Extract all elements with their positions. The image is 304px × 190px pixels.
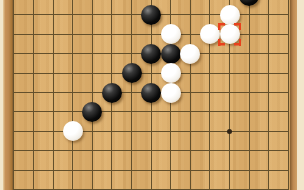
board-intersection[interactable] bbox=[122, 180, 142, 190]
board-intersection[interactable] bbox=[200, 63, 220, 82]
board-intersection[interactable] bbox=[259, 63, 279, 82]
board-intersection[interactable] bbox=[4, 160, 24, 179]
board-intersection[interactable] bbox=[122, 44, 142, 63]
board-intersection[interactable] bbox=[279, 160, 299, 179]
board-intersection[interactable] bbox=[220, 25, 240, 44]
board-intersection[interactable] bbox=[259, 141, 279, 160]
board-intersection[interactable] bbox=[200, 5, 220, 24]
board-intersection[interactable] bbox=[43, 83, 63, 102]
board-intersection[interactable] bbox=[181, 63, 201, 82]
board-intersection[interactable] bbox=[63, 180, 83, 190]
board-intersection[interactable] bbox=[24, 25, 44, 44]
board-intersection[interactable] bbox=[122, 141, 142, 160]
board-intersection[interactable] bbox=[181, 44, 201, 63]
black-stone bbox=[141, 44, 161, 64]
board-intersection[interactable] bbox=[239, 102, 259, 121]
board-intersection[interactable] bbox=[239, 141, 259, 160]
board-intersection[interactable] bbox=[83, 63, 103, 82]
board-intersection[interactable] bbox=[239, 180, 259, 190]
star-point bbox=[227, 129, 232, 134]
board-intersection[interactable] bbox=[83, 44, 103, 63]
board-grid bbox=[4, 0, 298, 190]
board-intersection[interactable] bbox=[83, 160, 103, 179]
board-intersection[interactable] bbox=[181, 141, 201, 160]
board-intersection[interactable] bbox=[200, 180, 220, 190]
board-intersection[interactable] bbox=[141, 160, 161, 179]
board-intersection[interactable] bbox=[102, 44, 122, 63]
black-stone bbox=[82, 102, 102, 122]
board-intersection[interactable] bbox=[43, 44, 63, 63]
board-intersection[interactable] bbox=[161, 160, 181, 179]
board-intersection[interactable] bbox=[63, 83, 83, 102]
board-intersection[interactable] bbox=[63, 44, 83, 63]
black-stone bbox=[141, 83, 161, 103]
board-intersection[interactable] bbox=[279, 5, 299, 24]
board-intersection[interactable] bbox=[24, 160, 44, 179]
board-intersection[interactable] bbox=[4, 44, 24, 63]
board-intersection[interactable] bbox=[141, 83, 161, 102]
board-intersection[interactable] bbox=[239, 63, 259, 82]
board-intersection[interactable] bbox=[220, 160, 240, 179]
board-intersection[interactable] bbox=[239, 5, 259, 24]
board-intersection[interactable] bbox=[102, 180, 122, 190]
board-intersection[interactable] bbox=[102, 5, 122, 24]
black-stone bbox=[161, 44, 181, 64]
board-intersection[interactable] bbox=[161, 25, 181, 44]
black-stone bbox=[102, 83, 122, 103]
board-intersection[interactable] bbox=[141, 5, 161, 24]
board-intersection[interactable] bbox=[279, 180, 299, 190]
board-intersection[interactable] bbox=[122, 122, 142, 141]
board-intersection[interactable] bbox=[102, 83, 122, 102]
board-intersection[interactable] bbox=[24, 122, 44, 141]
board-intersection[interactable] bbox=[200, 102, 220, 121]
board-intersection[interactable] bbox=[181, 25, 201, 44]
board-intersection[interactable] bbox=[220, 5, 240, 24]
board-intersection[interactable] bbox=[4, 180, 24, 190]
board-intersection[interactable] bbox=[220, 102, 240, 121]
board-intersection[interactable] bbox=[200, 25, 220, 44]
black-stone bbox=[122, 63, 142, 83]
white-stone bbox=[161, 83, 181, 103]
board-intersection[interactable] bbox=[102, 122, 122, 141]
board-intersection[interactable] bbox=[122, 25, 142, 44]
board-intersection[interactable] bbox=[63, 122, 83, 141]
board-intersection[interactable] bbox=[4, 122, 24, 141]
board-intersection[interactable] bbox=[161, 44, 181, 63]
board-intersection[interactable] bbox=[24, 141, 44, 160]
board-intersection[interactable] bbox=[24, 63, 44, 82]
board-intersection[interactable] bbox=[161, 83, 181, 102]
board-intersection[interactable] bbox=[63, 102, 83, 121]
white-stone bbox=[180, 44, 200, 64]
board-intersection[interactable] bbox=[43, 122, 63, 141]
board-intersection[interactable] bbox=[220, 83, 240, 102]
board-intersection[interactable] bbox=[161, 122, 181, 141]
board-intersection[interactable] bbox=[200, 141, 220, 160]
board-intersection[interactable] bbox=[43, 25, 63, 44]
board-intersection[interactable] bbox=[279, 141, 299, 160]
board-intersection[interactable] bbox=[181, 160, 201, 179]
board-intersection[interactable] bbox=[43, 180, 63, 190]
white-stone bbox=[63, 121, 83, 141]
board-intersection[interactable] bbox=[141, 102, 161, 121]
board-intersection[interactable] bbox=[4, 102, 24, 121]
board-intersection[interactable] bbox=[239, 44, 259, 63]
board-intersection[interactable] bbox=[122, 83, 142, 102]
board-intersection[interactable] bbox=[83, 180, 103, 190]
board-intersection[interactable] bbox=[63, 160, 83, 179]
board-intersection[interactable] bbox=[43, 141, 63, 160]
board-intersection[interactable] bbox=[24, 44, 44, 63]
board-intersection[interactable] bbox=[43, 160, 63, 179]
board-intersection[interactable] bbox=[259, 25, 279, 44]
board-intersection[interactable] bbox=[43, 102, 63, 121]
board-intersection[interactable] bbox=[24, 83, 44, 102]
board-intersection[interactable] bbox=[220, 141, 240, 160]
board-intersection[interactable] bbox=[181, 180, 201, 190]
board-intersection[interactable] bbox=[181, 122, 201, 141]
board-intersection[interactable] bbox=[220, 44, 240, 63]
board-intersection[interactable] bbox=[279, 83, 299, 102]
board-intersection[interactable] bbox=[279, 25, 299, 44]
board-intersection[interactable] bbox=[24, 102, 44, 121]
board-intersection[interactable] bbox=[122, 5, 142, 24]
board-intersection[interactable] bbox=[24, 180, 44, 190]
board-intersection[interactable] bbox=[181, 5, 201, 24]
board-intersection[interactable] bbox=[4, 83, 24, 102]
board-intersection[interactable] bbox=[83, 25, 103, 44]
board-intersection[interactable] bbox=[102, 63, 122, 82]
board-intersection[interactable] bbox=[259, 122, 279, 141]
board-intersection[interactable] bbox=[200, 44, 220, 63]
board-intersection[interactable] bbox=[161, 102, 181, 121]
board-intersection[interactable] bbox=[122, 160, 142, 179]
board-intersection[interactable] bbox=[161, 180, 181, 190]
board-intersection[interactable] bbox=[141, 141, 161, 160]
board-intersection[interactable] bbox=[161, 5, 181, 24]
board-intersection[interactable] bbox=[141, 180, 161, 190]
board-intersection[interactable] bbox=[259, 44, 279, 63]
board-intersection[interactable] bbox=[279, 102, 299, 121]
board-intersection[interactable] bbox=[83, 122, 103, 141]
board-intersection[interactable] bbox=[181, 102, 201, 121]
board-intersection[interactable] bbox=[4, 25, 24, 44]
board-intersection[interactable] bbox=[4, 5, 24, 24]
gomoku-board bbox=[0, 0, 304, 190]
board-intersection[interactable] bbox=[279, 122, 299, 141]
white-stone bbox=[161, 24, 181, 44]
board-intersection[interactable] bbox=[200, 122, 220, 141]
board-intersection[interactable] bbox=[141, 44, 161, 63]
board-intersection[interactable] bbox=[43, 63, 63, 82]
last-move-marker bbox=[218, 23, 241, 46]
board-intersection[interactable] bbox=[63, 63, 83, 82]
board-intersection[interactable] bbox=[259, 180, 279, 190]
board-intersection[interactable] bbox=[141, 25, 161, 44]
board-intersection[interactable] bbox=[83, 5, 103, 24]
white-stone bbox=[200, 24, 220, 44]
board-intersection[interactable] bbox=[102, 160, 122, 179]
board-intersection[interactable] bbox=[122, 102, 142, 121]
board-intersection[interactable] bbox=[83, 102, 103, 121]
black-stone bbox=[141, 5, 161, 25]
board-intersection[interactable] bbox=[200, 160, 220, 179]
board-intersection[interactable] bbox=[141, 122, 161, 141]
board-intersection[interactable] bbox=[43, 5, 63, 24]
board-intersection[interactable] bbox=[239, 122, 259, 141]
board-intersection[interactable] bbox=[24, 5, 44, 24]
board-intersection[interactable] bbox=[102, 25, 122, 44]
board-intersection[interactable] bbox=[259, 5, 279, 24]
board-intersection[interactable] bbox=[83, 83, 103, 102]
board-intersection[interactable] bbox=[122, 63, 142, 82]
board-intersection[interactable] bbox=[200, 83, 220, 102]
board-intersection[interactable] bbox=[4, 63, 24, 82]
board-intersection[interactable] bbox=[161, 141, 181, 160]
board-intersection[interactable] bbox=[220, 122, 240, 141]
board-intersection[interactable] bbox=[239, 25, 259, 44]
board-intersection[interactable] bbox=[63, 141, 83, 160]
board-intersection[interactable] bbox=[259, 102, 279, 121]
board-intersection[interactable] bbox=[102, 141, 122, 160]
board-intersection[interactable] bbox=[259, 160, 279, 179]
board-intersection[interactable] bbox=[161, 63, 181, 82]
board-intersection[interactable] bbox=[83, 141, 103, 160]
board-intersection[interactable] bbox=[220, 63, 240, 82]
board-intersection[interactable] bbox=[279, 63, 299, 82]
board-intersection[interactable] bbox=[239, 160, 259, 179]
board-intersection[interactable] bbox=[63, 25, 83, 44]
board-intersection[interactable] bbox=[259, 83, 279, 102]
board-intersection[interactable] bbox=[102, 102, 122, 121]
board-intersection[interactable] bbox=[220, 180, 240, 190]
board-intersection[interactable] bbox=[239, 83, 259, 102]
board-intersection[interactable] bbox=[181, 83, 201, 102]
board-intersection[interactable] bbox=[4, 141, 24, 160]
board-intersection[interactable] bbox=[141, 63, 161, 82]
board-intersection[interactable] bbox=[279, 44, 299, 63]
white-stone bbox=[161, 63, 181, 83]
board-intersection[interactable] bbox=[63, 5, 83, 24]
